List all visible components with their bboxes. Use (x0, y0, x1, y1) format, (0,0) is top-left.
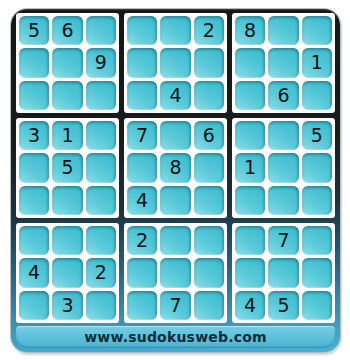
sudoku-cell[interactable]: 5 (302, 121, 332, 150)
sudoku-cell[interactable] (268, 186, 298, 215)
sudoku-cell[interactable] (268, 258, 298, 287)
sudoku-cell[interactable]: 1 (52, 121, 82, 150)
sudoku-cell[interactable] (52, 258, 82, 287)
sudoku-cell[interactable] (194, 186, 224, 215)
sudoku-cell[interactable] (302, 81, 332, 110)
sudoku-cell[interactable]: 4 (19, 258, 49, 287)
sudoku-cell[interactable] (268, 48, 298, 77)
sudoku-cell[interactable]: 9 (86, 48, 116, 77)
sudoku-cell[interactable]: 8 (160, 153, 190, 182)
sudoku-cell[interactable] (194, 258, 224, 287)
sudoku-cell[interactable]: 4 (127, 186, 157, 215)
sudoku-cell[interactable] (86, 186, 116, 215)
sudoku-cell[interactable] (127, 16, 157, 45)
sudoku-cell[interactable]: 5 (52, 153, 82, 182)
sudoku-cell[interactable]: 7 (127, 121, 157, 150)
sudoku-cell[interactable]: 3 (19, 121, 49, 150)
sudoku-cell[interactable] (302, 16, 332, 45)
sudoku-cell[interactable] (86, 153, 116, 182)
sudoku-box: 569 (16, 13, 119, 113)
sudoku-box: 27 (124, 223, 227, 323)
sudoku-cell[interactable] (268, 16, 298, 45)
sudoku-board: 5692481631576845142327745 (16, 13, 335, 323)
sudoku-cell[interactable] (52, 81, 82, 110)
sudoku-cell[interactable]: 1 (302, 48, 332, 77)
sudoku-cell[interactable]: 3 (52, 291, 82, 320)
sudoku-cell[interactable] (19, 226, 49, 255)
sudoku-cell[interactable] (194, 153, 224, 182)
sudoku-cell[interactable] (268, 121, 298, 150)
sudoku-cell[interactable] (302, 291, 332, 320)
sudoku-cell[interactable]: 7 (160, 291, 190, 320)
website-url: www.sudokusweb.com (84, 329, 267, 345)
sudoku-box: 51 (232, 118, 335, 218)
sudoku-cell[interactable] (86, 226, 116, 255)
sudoku-cell[interactable] (86, 291, 116, 320)
sudoku-cell[interactable] (302, 258, 332, 287)
sudoku-cell[interactable] (19, 291, 49, 320)
sudoku-cell[interactable] (19, 48, 49, 77)
sudoku-box: 745 (232, 223, 335, 323)
sudoku-cell[interactable] (235, 186, 265, 215)
sudoku-cell[interactable] (160, 226, 190, 255)
sudoku-cell[interactable]: 6 (268, 81, 298, 110)
sudoku-cell[interactable]: 2 (86, 258, 116, 287)
sudoku-cell[interactable] (235, 226, 265, 255)
sudoku-cell[interactable] (19, 153, 49, 182)
sudoku-cell[interactable]: 8 (235, 16, 265, 45)
sudoku-cell[interactable] (160, 48, 190, 77)
sudoku-cell[interactable] (160, 258, 190, 287)
sudoku-box: 7684 (124, 118, 227, 218)
sudoku-cell[interactable] (19, 81, 49, 110)
sudoku-box: 423 (16, 223, 119, 323)
sudoku-cell[interactable]: 2 (194, 16, 224, 45)
sudoku-cell[interactable] (127, 81, 157, 110)
sudoku-cell[interactable] (194, 48, 224, 77)
footer-bar: www.sudokusweb.com (16, 326, 335, 348)
sudoku-cell[interactable] (302, 226, 332, 255)
sudoku-cell[interactable] (235, 81, 265, 110)
sudoku-cell[interactable] (127, 48, 157, 77)
sudoku-cell[interactable] (127, 291, 157, 320)
sudoku-cell[interactable] (52, 186, 82, 215)
sudoku-cell[interactable] (86, 81, 116, 110)
sudoku-cell[interactable]: 1 (235, 153, 265, 182)
sudoku-cell[interactable] (302, 186, 332, 215)
sudoku-cell[interactable]: 5 (268, 291, 298, 320)
sudoku-box: 816 (232, 13, 335, 113)
sudoku-cell[interactable]: 4 (235, 291, 265, 320)
sudoku-cell[interactable] (160, 186, 190, 215)
sudoku-cell[interactable]: 2 (127, 226, 157, 255)
sudoku-cell[interactable] (52, 48, 82, 77)
sudoku-box: 24 (124, 13, 227, 113)
sudoku-cell[interactable] (235, 48, 265, 77)
sudoku-board-frame: 5692481631576845142327745 www.sudokusweb… (10, 8, 341, 353)
sudoku-cell[interactable] (235, 121, 265, 150)
sudoku-cell[interactable] (235, 258, 265, 287)
sudoku-page: 5692481631576845142327745 www.sudokusweb… (0, 0, 350, 360)
sudoku-cell[interactable] (52, 226, 82, 255)
sudoku-cell[interactable] (19, 186, 49, 215)
sudoku-cell[interactable]: 7 (268, 226, 298, 255)
sudoku-box: 315 (16, 118, 119, 218)
sudoku-cell[interactable] (194, 291, 224, 320)
sudoku-cell[interactable]: 6 (52, 16, 82, 45)
sudoku-cell[interactable] (194, 81, 224, 110)
sudoku-cell[interactable] (127, 153, 157, 182)
sudoku-cell[interactable] (86, 16, 116, 45)
sudoku-cell[interactable]: 6 (194, 121, 224, 150)
sudoku-cell[interactable] (127, 258, 157, 287)
sudoku-cell[interactable] (86, 121, 116, 150)
sudoku-cell[interactable]: 5 (19, 16, 49, 45)
sudoku-cell[interactable] (194, 226, 224, 255)
sudoku-cell[interactable]: 4 (160, 81, 190, 110)
sudoku-cell[interactable] (268, 153, 298, 182)
sudoku-cell[interactable] (302, 153, 332, 182)
sudoku-cell[interactable] (160, 16, 190, 45)
sudoku-cell[interactable] (160, 121, 190, 150)
